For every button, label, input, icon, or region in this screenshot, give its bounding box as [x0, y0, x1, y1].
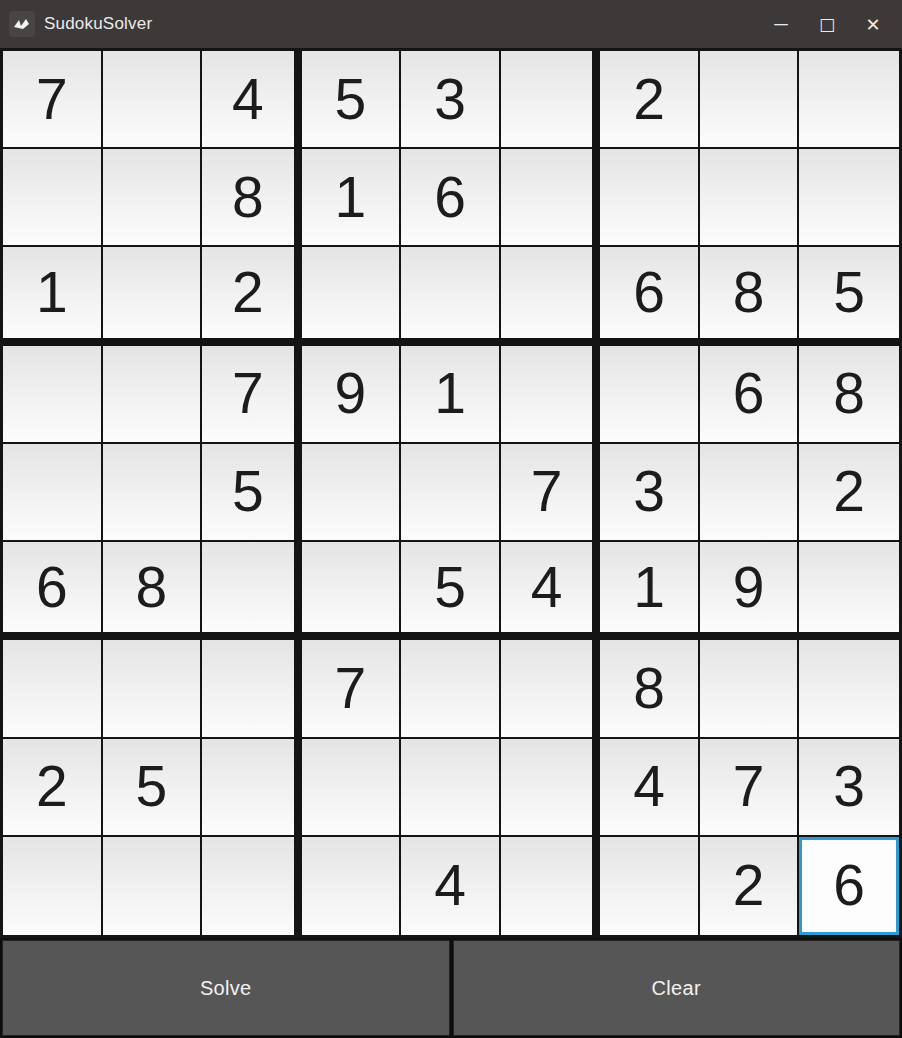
clear-button[interactable]: Clear	[453, 940, 901, 1036]
sudoku-cell-r9c4[interactable]	[302, 837, 402, 935]
sudoku-cell-r4c1[interactable]	[3, 346, 103, 444]
solve-button[interactable]: Solve	[2, 940, 450, 1036]
sudoku-cell-r3c4[interactable]	[302, 247, 402, 345]
sudoku-cell-r9c9[interactable]: 6	[799, 837, 899, 935]
sudoku-cell-r5c4[interactable]	[302, 444, 402, 542]
sudoku-cell-r8c4[interactable]	[302, 739, 402, 837]
sudoku-cell-r3c7[interactable]: 6	[600, 247, 700, 345]
sudoku-cell-r9c8[interactable]: 2	[700, 837, 800, 935]
sudoku-cell-r1c7[interactable]: 2	[600, 51, 700, 149]
sudoku-cell-r4c5[interactable]: 1	[401, 346, 501, 444]
minimize-icon[interactable]: —	[758, 0, 804, 48]
sudoku-cell-r8c1[interactable]: 2	[3, 739, 103, 837]
sudoku-cell-r5c7[interactable]: 3	[600, 444, 700, 542]
sudoku-cell-r7c4[interactable]: 7	[302, 640, 402, 738]
close-icon[interactable]: ✕	[850, 0, 896, 48]
sudoku-cell-r3c9[interactable]: 5	[799, 247, 899, 345]
sudoku-cell-r8c3[interactable]	[202, 739, 302, 837]
sudoku-cell-r2c5[interactable]: 6	[401, 149, 501, 247]
sudoku-cell-r2c7[interactable]	[600, 149, 700, 247]
sudoku-cell-r8c2[interactable]: 5	[103, 739, 203, 837]
action-bar: Solve Clear	[0, 938, 902, 1038]
sudoku-cell-r8c6[interactable]	[501, 739, 601, 837]
sudoku-cell-r4c2[interactable]	[103, 346, 203, 444]
sudoku-cell-r2c2[interactable]	[103, 149, 203, 247]
sudoku-cell-r1c6[interactable]	[501, 51, 601, 149]
wing-glyph	[13, 17, 31, 31]
sudoku-cell-r3c6[interactable]	[501, 247, 601, 345]
sudoku-cell-r3c3[interactable]: 2	[202, 247, 302, 345]
sudoku-cell-r6c2[interactable]: 8	[103, 542, 203, 640]
sudoku-cell-r7c8[interactable]	[700, 640, 800, 738]
sudoku-cell-r1c5[interactable]: 3	[401, 51, 501, 149]
sudoku-cell-r8c7[interactable]: 4	[600, 739, 700, 837]
sudoku-cell-r9c7[interactable]	[600, 837, 700, 935]
sudoku-cell-r2c8[interactable]	[700, 149, 800, 247]
sudoku-cell-r3c2[interactable]	[103, 247, 203, 345]
sudoku-cell-r4c8[interactable]: 6	[700, 346, 800, 444]
titlebar: SudokuSolver — □ ✕	[0, 0, 902, 48]
sudoku-cell-r1c9[interactable]	[799, 51, 899, 149]
sudoku-cell-r5c9[interactable]: 2	[799, 444, 899, 542]
sudoku-cell-r6c6[interactable]: 4	[501, 542, 601, 640]
sudoku-cell-r9c1[interactable]	[3, 837, 103, 935]
sudoku-cell-r2c9[interactable]	[799, 149, 899, 247]
sudoku-cell-r7c6[interactable]	[501, 640, 601, 738]
app-icon	[9, 11, 35, 37]
sudoku-cell-r1c4[interactable]: 5	[302, 51, 402, 149]
sudoku-cell-r1c2[interactable]	[103, 51, 203, 149]
sudoku-cell-r7c5[interactable]	[401, 640, 501, 738]
maximize-icon[interactable]: □	[804, 0, 850, 48]
sudoku-cell-r8c5[interactable]	[401, 739, 501, 837]
sudoku-cell-r4c4[interactable]: 9	[302, 346, 402, 444]
sudoku-cell-r5c6[interactable]: 7	[501, 444, 601, 542]
sudoku-cell-r9c2[interactable]	[103, 837, 203, 935]
sudoku-cell-r9c3[interactable]	[202, 837, 302, 935]
sudoku-cell-r9c6[interactable]	[501, 837, 601, 935]
sudoku-cell-r2c3[interactable]: 8	[202, 149, 302, 247]
sudoku-cell-r6c5[interactable]: 5	[401, 542, 501, 640]
window-title: SudokuSolver	[44, 14, 152, 34]
sudoku-cell-r6c4[interactable]	[302, 542, 402, 640]
sudoku-cell-r5c3[interactable]: 5	[202, 444, 302, 542]
sudoku-cell-r9c5[interactable]: 4	[401, 837, 501, 935]
sudoku-cell-r5c1[interactable]	[3, 444, 103, 542]
sudoku-cell-r5c5[interactable]	[401, 444, 501, 542]
sudoku-cell-r6c1[interactable]: 6	[3, 542, 103, 640]
sudoku-cell-r6c7[interactable]: 1	[600, 542, 700, 640]
sudoku-cell-r2c4[interactable]: 1	[302, 149, 402, 247]
sudoku-cell-r7c2[interactable]	[103, 640, 203, 738]
sudoku-cell-r2c6[interactable]	[501, 149, 601, 247]
sudoku-cell-r7c1[interactable]	[3, 640, 103, 738]
sudoku-cell-r8c9[interactable]: 3	[799, 739, 899, 837]
sudoku-cell-r3c8[interactable]: 8	[700, 247, 800, 345]
sudoku-cell-r4c7[interactable]	[600, 346, 700, 444]
sudoku-cell-r4c6[interactable]	[501, 346, 601, 444]
sudoku-cell-r5c8[interactable]	[700, 444, 800, 542]
sudoku-cell-r2c1[interactable]	[3, 149, 103, 247]
app-window: SudokuSolver — □ ✕ 745328161268579168573…	[0, 0, 902, 1038]
sudoku-cell-r8c8[interactable]: 7	[700, 739, 800, 837]
sudoku-cell-r3c1[interactable]: 1	[3, 247, 103, 345]
sudoku-cell-r7c3[interactable]	[202, 640, 302, 738]
sudoku-cell-r1c1[interactable]: 7	[3, 51, 103, 149]
sudoku-cell-r6c3[interactable]	[202, 542, 302, 640]
sudoku-cell-r4c9[interactable]: 8	[799, 346, 899, 444]
sudoku-cell-r1c3[interactable]: 4	[202, 51, 302, 149]
sudoku-board: 74532816126857916857326854197825473426	[0, 48, 902, 938]
sudoku-cell-r7c7[interactable]: 8	[600, 640, 700, 738]
sudoku-cell-r6c8[interactable]: 9	[700, 542, 800, 640]
sudoku-cell-r1c8[interactable]	[700, 51, 800, 149]
sudoku-cell-r5c2[interactable]	[103, 444, 203, 542]
sudoku-cell-r6c9[interactable]	[799, 542, 899, 640]
sudoku-cell-r7c9[interactable]	[799, 640, 899, 738]
sudoku-cell-r3c5[interactable]	[401, 247, 501, 345]
sudoku-cell-r4c3[interactable]: 7	[202, 346, 302, 444]
